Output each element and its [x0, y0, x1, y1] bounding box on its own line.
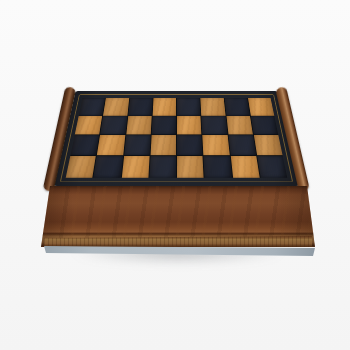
square-r3c4-light [150, 135, 176, 155]
square-r1c1-dark [79, 98, 105, 115]
square-r3c1-dark [70, 135, 99, 155]
square-r2c6-dark [201, 116, 227, 135]
square-r3c6-light [203, 135, 230, 155]
square-r1c2-light [103, 98, 129, 115]
square-r4c6-dark [204, 156, 232, 178]
square-r2c1-light [75, 116, 103, 135]
square-r4c1-light [66, 156, 96, 178]
square-r1c7-dark [224, 98, 250, 115]
square-r4c5-light [177, 156, 204, 178]
square-r2c8-dark [251, 116, 279, 135]
square-r4c2-dark [94, 156, 123, 178]
square-r4c8-dark [257, 156, 287, 178]
square-r2c4-dark [151, 116, 176, 135]
square-r3c7-dark [228, 135, 256, 155]
square-r3c5-dark [177, 135, 203, 155]
square-r3c3-dark [124, 135, 151, 155]
square-r1c6-light [201, 98, 226, 115]
square-r2c3-light [126, 116, 152, 135]
square-r1c3-dark [128, 98, 153, 115]
square-r4c7-light [230, 156, 259, 178]
square-r2c2-dark [100, 116, 127, 135]
square-r3c8-light [254, 135, 283, 155]
square-r1c4-light [152, 98, 176, 115]
checker-grid [66, 98, 287, 177]
square-r2c7-light [226, 116, 253, 135]
square-r1c5-dark [177, 98, 201, 115]
board-top-face [54, 91, 299, 186]
photo-canvas [0, 0, 350, 350]
square-r4c4-dark [149, 156, 176, 178]
square-r4c3-light [121, 156, 149, 178]
square-r2c5-light [177, 116, 202, 135]
square-r3c2-light [97, 135, 125, 155]
square-r1c8-light [248, 98, 274, 115]
